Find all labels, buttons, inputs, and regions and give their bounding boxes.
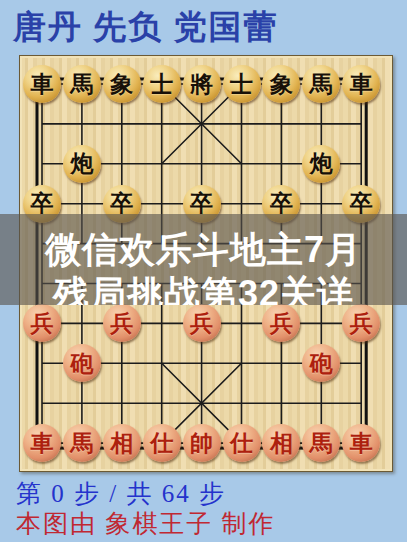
black-chariot-piece[interactable]: 車 (23, 65, 61, 103)
red-cannon-piece[interactable]: 砲 (63, 344, 101, 382)
red-advisor-piece[interactable]: 仕 (223, 424, 261, 462)
red-cannon-piece[interactable]: 砲 (302, 344, 340, 382)
red-elephant-piece[interactable]: 相 (262, 424, 300, 462)
black-elephant-piece[interactable]: 象 (262, 65, 300, 103)
black-horse-piece[interactable]: 馬 (302, 65, 340, 103)
red-horse-piece[interactable]: 馬 (302, 424, 340, 462)
red-chariot-piece[interactable]: 車 (23, 424, 61, 462)
move-counter: 第 0 步 / 共 64 步 (16, 477, 226, 510)
black-general-piece[interactable]: 將 (183, 65, 221, 103)
red-soldier-piece[interactable]: 兵 (183, 304, 221, 342)
red-soldier-piece[interactable]: 兵 (23, 304, 61, 342)
match-title: 唐丹 先负 党国蕾 (13, 5, 403, 49)
black-horse-piece[interactable]: 馬 (63, 65, 101, 103)
overlay-text-line1: 微信欢乐斗地主7月 (0, 228, 407, 272)
red-advisor-piece[interactable]: 仕 (143, 424, 181, 462)
overlay-banner: 微信欢乐斗地主7月 残局挑战第32关详 (0, 214, 407, 305)
black-chariot-piece[interactable]: 車 (342, 65, 380, 103)
overlay-text-line2: 残局挑战第32关详 (0, 272, 407, 305)
red-elephant-piece[interactable]: 相 (103, 424, 141, 462)
black-cannon-piece[interactable]: 炮 (63, 145, 101, 183)
black-elephant-piece[interactable]: 象 (103, 65, 141, 103)
black-advisor-piece[interactable]: 士 (223, 65, 261, 103)
black-cannon-piece[interactable]: 炮 (302, 145, 340, 183)
red-soldier-piece[interactable]: 兵 (262, 304, 300, 342)
red-general-piece[interactable]: 帥 (183, 424, 221, 462)
credit-line: 本图由 象棋王子 制作 (16, 507, 276, 540)
red-soldier-piece[interactable]: 兵 (342, 304, 380, 342)
red-soldier-piece[interactable]: 兵 (103, 304, 141, 342)
black-advisor-piece[interactable]: 士 (143, 65, 181, 103)
red-horse-piece[interactable]: 馬 (63, 424, 101, 462)
red-chariot-piece[interactable]: 車 (342, 424, 380, 462)
